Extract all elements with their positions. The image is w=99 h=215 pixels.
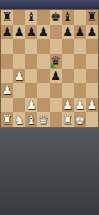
- piece-white-pawn[interactable]: ♟: [14, 70, 25, 82]
- square-a7[interactable]: ♟: [1, 25, 13, 40]
- square-f1[interactable]: ♜: [62, 112, 74, 127]
- square-d1[interactable]: ♛: [37, 112, 49, 127]
- square-d4[interactable]: [37, 69, 49, 84]
- piece-black-king[interactable]: ♚: [50, 11, 61, 23]
- square-h2[interactable]: ♟: [86, 98, 98, 113]
- square-h3[interactable]: [86, 83, 98, 98]
- square-f8[interactable]: ♝: [62, 10, 74, 25]
- square-g8[interactable]: [74, 10, 86, 25]
- piece-white-king[interactable]: ♚: [74, 114, 85, 126]
- square-b8[interactable]: [13, 10, 25, 25]
- piece-black-pawn[interactable]: ♟: [62, 26, 73, 38]
- square-e1[interactable]: [50, 112, 62, 127]
- square-c2[interactable]: ♟: [25, 98, 37, 113]
- square-b1[interactable]: ♞: [13, 112, 25, 127]
- square-f7[interactable]: ♟: [62, 25, 74, 40]
- square-g6[interactable]: [74, 39, 86, 54]
- piece-black-rook[interactable]: ♜: [2, 11, 13, 23]
- square-d3[interactable]: [37, 83, 49, 98]
- square-e6[interactable]: [50, 39, 62, 54]
- square-g3[interactable]: [74, 83, 86, 98]
- square-b6[interactable]: [13, 39, 25, 54]
- square-f4[interactable]: [62, 69, 74, 84]
- square-a4[interactable]: [1, 69, 13, 84]
- square-b7[interactable]: ♟: [13, 25, 25, 40]
- square-h1[interactable]: [86, 112, 98, 127]
- square-c6[interactable]: [25, 39, 37, 54]
- square-b5[interactable]: [13, 54, 25, 69]
- square-c3[interactable]: [25, 83, 37, 98]
- square-c4[interactable]: [25, 69, 37, 84]
- square-g1[interactable]: ♚: [74, 112, 86, 127]
- square-g2[interactable]: ♟: [74, 98, 86, 113]
- square-g7[interactable]: ♟: [74, 25, 86, 40]
- square-d2[interactable]: [37, 98, 49, 113]
- square-f2[interactable]: ♟: [62, 98, 74, 113]
- square-b3[interactable]: [13, 83, 25, 98]
- square-b4[interactable]: ♟: [13, 69, 25, 84]
- square-b2[interactable]: [13, 98, 25, 113]
- square-c8[interactable]: ♝: [25, 10, 37, 25]
- square-a1[interactable]: ♜: [1, 112, 13, 127]
- piece-white-pawn[interactable]: ♟: [74, 99, 85, 111]
- piece-black-bishop[interactable]: ♝: [62, 11, 73, 23]
- piece-black-pawn[interactable]: ♟: [2, 26, 13, 38]
- piece-black-pawn[interactable]: ♟: [74, 26, 85, 38]
- piece-black-queen[interactable]: ♛: [50, 55, 61, 67]
- square-g5[interactable]: [74, 54, 86, 69]
- square-e5[interactable]: ♛: [50, 54, 62, 69]
- piece-black-pawn[interactable]: ♟: [14, 26, 25, 38]
- square-h8[interactable]: ♜: [86, 10, 98, 25]
- square-g4[interactable]: [74, 69, 86, 84]
- square-d6[interactable]: [37, 39, 49, 54]
- square-f3[interactable]: [62, 83, 74, 98]
- piece-black-pawn[interactable]: ♟: [87, 26, 98, 38]
- piece-white-bishop[interactable]: ♝: [26, 114, 37, 126]
- piece-black-rook[interactable]: ♜: [87, 11, 98, 23]
- square-a5[interactable]: [1, 54, 13, 69]
- square-d5[interactable]: [37, 54, 49, 69]
- square-f6[interactable]: [62, 39, 74, 54]
- square-a6[interactable]: [1, 39, 13, 54]
- square-c1[interactable]: ♝: [25, 112, 37, 127]
- piece-white-knight[interactable]: ♞: [14, 114, 25, 126]
- info-panel: ♞ Player 00:01:14 ♞ Computer 00:00:02 e7…: [0, 128, 99, 215]
- piece-white-pawn[interactable]: ♟: [26, 99, 37, 111]
- square-d8[interactable]: [37, 10, 49, 25]
- piece-white-rook[interactable]: ♜: [62, 114, 73, 126]
- piece-white-pawn[interactable]: ♟: [62, 99, 73, 111]
- piece-white-rook[interactable]: ♜: [2, 114, 13, 126]
- chess-app-window: ♜♝♚♝♜♟♟♟♟♟♟♟♛♟♟♟♟♟♟♟♜♞♝♛♜♚ ♞ Player 00:0…: [0, 0, 99, 215]
- square-a8[interactable]: ♜: [1, 10, 13, 25]
- square-d7[interactable]: ♟: [37, 25, 49, 40]
- square-f5[interactable]: [62, 54, 74, 69]
- square-e3[interactable]: [50, 83, 62, 98]
- square-e4[interactable]: ♟: [50, 69, 62, 84]
- piece-white-pawn[interactable]: ♟: [87, 99, 98, 111]
- piece-white-queen[interactable]: ♛: [38, 114, 49, 126]
- piece-black-pawn[interactable]: ♟: [50, 70, 61, 82]
- square-e7[interactable]: [50, 25, 62, 40]
- chess-board[interactable]: ♜♝♚♝♜♟♟♟♟♟♟♟♛♟♟♟♟♟♟♟♜♞♝♛♜♚: [0, 9, 99, 128]
- square-h5[interactable]: [86, 54, 98, 69]
- square-e2[interactable]: [50, 98, 62, 113]
- square-h4[interactable]: [86, 69, 98, 84]
- square-h6[interactable]: [86, 39, 98, 54]
- square-a2[interactable]: [1, 98, 13, 113]
- piece-black-pawn[interactable]: ♟: [26, 26, 37, 38]
- piece-black-pawn[interactable]: ♟: [38, 26, 49, 38]
- square-c7[interactable]: ♟: [25, 25, 37, 40]
- square-a3[interactable]: ♟: [1, 83, 13, 98]
- square-e8[interactable]: ♚: [50, 10, 62, 25]
- square-h7[interactable]: ♟: [86, 25, 98, 40]
- status-bar: [0, 0, 99, 9]
- piece-white-pawn[interactable]: ♟: [2, 84, 13, 96]
- piece-black-bishop[interactable]: ♝: [26, 11, 37, 23]
- square-c5[interactable]: [25, 54, 37, 69]
